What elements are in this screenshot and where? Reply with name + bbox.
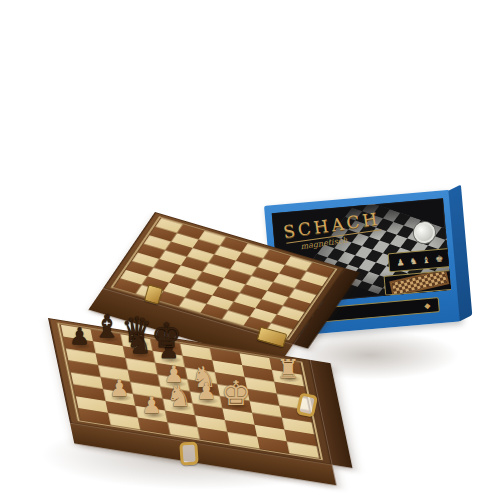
brand-diamond-icon: ◆ <box>424 301 431 311</box>
mini-board-image <box>392 271 447 295</box>
product-photo-scene: SCHACH magnetisch ♟ ♞ ♝ ♚ Schach ◆ <box>0 0 500 500</box>
brass-clasp-icon <box>179 441 199 465</box>
